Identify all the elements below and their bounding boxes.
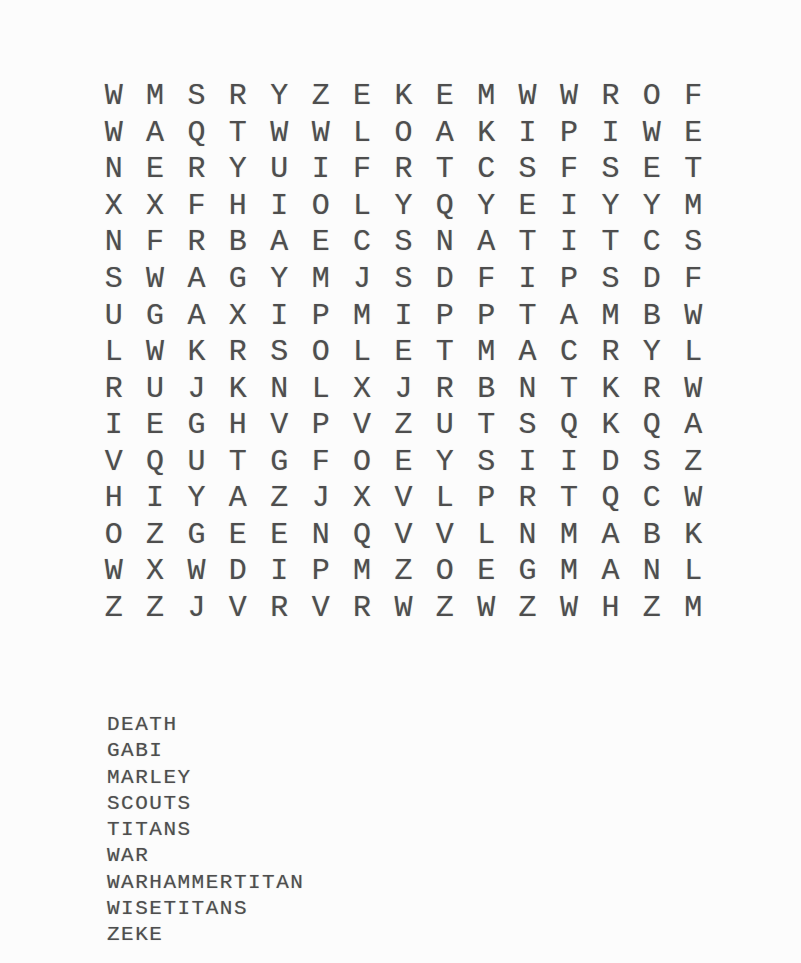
grid-cell[interactable]: F <box>466 261 507 298</box>
grid-cell[interactable]: G <box>259 443 300 480</box>
grid-cell[interactable]: P <box>466 480 507 517</box>
grid-cell[interactable]: Z <box>134 590 175 627</box>
grid-cell[interactable]: A <box>424 115 465 152</box>
grid-cell[interactable]: U <box>259 151 300 188</box>
grid-cell[interactable]: O <box>631 78 672 115</box>
grid-cell[interactable]: O <box>341 443 382 480</box>
grid-cell[interactable]: R <box>93 370 134 407</box>
grid-cell[interactable]: S <box>93 261 134 298</box>
grid-cell[interactable]: G <box>507 553 548 590</box>
grid-cell[interactable]: S <box>590 261 631 298</box>
grid-cell[interactable]: I <box>548 188 589 225</box>
grid-cell[interactable]: L <box>341 115 382 152</box>
grid-cell[interactable]: N <box>631 553 672 590</box>
grid-cell[interactable]: B <box>217 224 258 261</box>
grid-cell[interactable]: D <box>631 261 672 298</box>
grid-cell[interactable]: Z <box>383 407 424 444</box>
grid-cell[interactable]: F <box>341 151 382 188</box>
word-search-grid: WMSRYZEKEMWWROFWAQTWWLOAKIPIWENERYUIFRTC… <box>93 78 714 626</box>
grid-cell[interactable]: U <box>176 443 217 480</box>
grid-cell[interactable]: X <box>217 297 258 334</box>
grid-cell[interactable]: I <box>259 297 300 334</box>
grid-cell[interactable]: W <box>672 480 713 517</box>
grid-cell[interactable]: T <box>507 224 548 261</box>
grid-cell[interactable]: V <box>300 590 341 627</box>
grid-cell[interactable]: Z <box>93 590 134 627</box>
grid-cell[interactable]: Q <box>134 443 175 480</box>
grid-cell[interactable]: C <box>631 224 672 261</box>
grid-cell[interactable]: F <box>672 78 713 115</box>
grid-cell[interactable]: Y <box>424 443 465 480</box>
grid-cell[interactable]: T <box>424 151 465 188</box>
grid-cell[interactable]: I <box>259 188 300 225</box>
grid-cell[interactable]: I <box>548 443 589 480</box>
grid-cell[interactable]: W <box>507 78 548 115</box>
grid-cell[interactable]: W <box>672 297 713 334</box>
grid-cell[interactable]: N <box>93 151 134 188</box>
grid-cell[interactable]: H <box>217 407 258 444</box>
grid-cell[interactable]: J <box>176 590 217 627</box>
grid-cell[interactable]: O <box>300 334 341 371</box>
grid-cell[interactable]: W <box>548 590 589 627</box>
grid-cell[interactable]: B <box>631 517 672 554</box>
grid-cell[interactable]: Q <box>341 517 382 554</box>
word-list-item: MARLEY <box>107 765 304 791</box>
grid-cell[interactable]: L <box>466 517 507 554</box>
grid-cell[interactable]: M <box>134 78 175 115</box>
grid-cell[interactable]: W <box>134 261 175 298</box>
grid-cell[interactable]: M <box>548 553 589 590</box>
word-list-item: WARHAMMERTITAN <box>107 870 304 896</box>
grid-cell[interactable]: C <box>548 334 589 371</box>
grid-cell[interactable]: A <box>548 297 589 334</box>
grid-cell[interactable]: Y <box>466 188 507 225</box>
grid-cell[interactable]: M <box>672 188 713 225</box>
grid-cell[interactable]: K <box>590 407 631 444</box>
grid-cell[interactable]: Z <box>672 443 713 480</box>
grid-cell[interactable]: P <box>424 297 465 334</box>
grid-cell[interactable]: K <box>383 78 424 115</box>
grid-cell[interactable]: W <box>466 590 507 627</box>
grid-cell[interactable]: M <box>672 590 713 627</box>
grid-cell[interactable]: H <box>93 480 134 517</box>
grid-cell[interactable]: W <box>383 590 424 627</box>
grid-cell[interactable]: V <box>93 443 134 480</box>
grid-cell[interactable]: W <box>93 553 134 590</box>
grid-cell[interactable]: U <box>93 297 134 334</box>
grid-cell[interactable]: W <box>259 115 300 152</box>
grid-cell[interactable]: E <box>507 188 548 225</box>
grid-cell[interactable]: T <box>217 115 258 152</box>
grid-cell[interactable]: Z <box>507 590 548 627</box>
grid-cell[interactable]: E <box>217 517 258 554</box>
grid-cell[interactable]: D <box>590 443 631 480</box>
grid-cell[interactable]: N <box>93 224 134 261</box>
grid-cell[interactable]: Q <box>176 115 217 152</box>
grid-cell[interactable]: Z <box>134 517 175 554</box>
grid-cell[interactable]: X <box>341 480 382 517</box>
grid-cell[interactable]: L <box>341 188 382 225</box>
grid-cell[interactable]: R <box>217 78 258 115</box>
grid-cell[interactable]: N <box>424 224 465 261</box>
grid-cell[interactable]: L <box>341 334 382 371</box>
grid-cell[interactable]: A <box>466 224 507 261</box>
grid-cell[interactable]: E <box>383 334 424 371</box>
grid-cell[interactable]: R <box>217 334 258 371</box>
grid-cell[interactable]: Q <box>548 407 589 444</box>
grid-cell[interactable]: V <box>341 407 382 444</box>
grid-cell[interactable]: F <box>672 261 713 298</box>
grid-cell[interactable]: N <box>507 517 548 554</box>
grid-cell[interactable]: D <box>424 261 465 298</box>
grid-cell[interactable]: E <box>672 115 713 152</box>
grid-cell[interactable]: P <box>300 407 341 444</box>
grid-cell[interactable]: X <box>134 188 175 225</box>
grid-cell[interactable]: S <box>590 151 631 188</box>
grid-cell[interactable]: M <box>300 261 341 298</box>
grid-cell[interactable]: G <box>176 517 217 554</box>
grid-cell[interactable]: X <box>93 188 134 225</box>
grid-cell[interactable]: G <box>176 407 217 444</box>
grid-cell[interactable]: E <box>466 553 507 590</box>
grid-cell[interactable]: S <box>507 407 548 444</box>
grid-cell[interactable]: Y <box>383 188 424 225</box>
grid-cell[interactable]: M <box>466 334 507 371</box>
grid-cell[interactable]: E <box>383 443 424 480</box>
grid-cell[interactable]: U <box>134 370 175 407</box>
grid-cell[interactable]: K <box>176 334 217 371</box>
grid-cell[interactable]: Z <box>300 78 341 115</box>
grid-cell[interactable]: M <box>341 297 382 334</box>
grid-cell[interactable]: A <box>259 224 300 261</box>
grid-cell[interactable]: N <box>300 517 341 554</box>
grid-cell[interactable]: Z <box>259 480 300 517</box>
grid-cell[interactable]: C <box>466 151 507 188</box>
word-list: DEATHGABIMARLEYSCOUTSTITANSWARWARHAMMERT… <box>107 712 304 949</box>
grid-cell[interactable]: W <box>548 78 589 115</box>
grid-cell[interactable]: R <box>507 480 548 517</box>
grid-cell[interactable]: S <box>507 151 548 188</box>
grid-cell[interactable]: J <box>383 370 424 407</box>
grid-cell[interactable]: M <box>341 553 382 590</box>
grid-cell[interactable]: F <box>300 443 341 480</box>
grid-cell[interactable]: K <box>466 115 507 152</box>
grid-cell[interactable]: N <box>259 370 300 407</box>
grid-cell[interactable]: R <box>590 334 631 371</box>
grid-cell[interactable]: A <box>590 553 631 590</box>
grid-cell[interactable]: L <box>93 334 134 371</box>
grid-cell[interactable]: A <box>590 517 631 554</box>
grid-cell[interactable]: Z <box>631 590 672 627</box>
grid-cell[interactable]: A <box>507 334 548 371</box>
grid-cell[interactable]: R <box>176 151 217 188</box>
grid-cell[interactable]: E <box>134 407 175 444</box>
grid-cell[interactable]: L <box>672 334 713 371</box>
grid-cell[interactable]: A <box>176 297 217 334</box>
grid-cell[interactable]: P <box>466 297 507 334</box>
grid-cell[interactable]: O <box>93 517 134 554</box>
grid-cell[interactable]: L <box>424 480 465 517</box>
grid-cell[interactable]: E <box>424 78 465 115</box>
grid-cell[interactable]: H <box>217 188 258 225</box>
grid-cell[interactable]: T <box>466 407 507 444</box>
grid-cell[interactable]: X <box>341 370 382 407</box>
grid-cell[interactable]: S <box>383 224 424 261</box>
grid-cell[interactable]: Q <box>590 480 631 517</box>
grid-cell[interactable]: E <box>259 517 300 554</box>
grid-cell[interactable]: F <box>176 188 217 225</box>
grid-cell[interactable]: I <box>134 480 175 517</box>
grid-cell[interactable]: A <box>672 407 713 444</box>
grid-cell[interactable]: E <box>134 151 175 188</box>
grid-cell[interactable]: L <box>300 370 341 407</box>
grid-cell[interactable]: W <box>93 115 134 152</box>
grid-cell[interactable]: T <box>548 480 589 517</box>
grid-cell[interactable]: O <box>424 553 465 590</box>
grid-cell[interactable]: V <box>383 517 424 554</box>
grid-cell[interactable]: R <box>590 78 631 115</box>
grid-cell[interactable]: T <box>548 370 589 407</box>
grid-cell[interactable]: A <box>176 261 217 298</box>
grid-cell[interactable]: E <box>300 224 341 261</box>
grid-cell[interactable]: I <box>93 407 134 444</box>
grid-cell[interactable]: I <box>507 115 548 152</box>
grid-cell[interactable]: I <box>507 261 548 298</box>
word-list-item: GABI <box>107 738 304 764</box>
grid-cell[interactable]: B <box>466 370 507 407</box>
grid-cell[interactable]: V <box>424 517 465 554</box>
grid-cell[interactable]: I <box>507 443 548 480</box>
grid-cell[interactable]: R <box>176 224 217 261</box>
grid-cell[interactable]: W <box>134 334 175 371</box>
grid-cell[interactable]: E <box>631 151 672 188</box>
grid-cell[interactable]: O <box>383 115 424 152</box>
grid-cell[interactable]: S <box>259 334 300 371</box>
grid-cell[interactable]: Z <box>383 553 424 590</box>
grid-cell[interactable]: Q <box>424 188 465 225</box>
grid-cell[interactable]: Y <box>217 151 258 188</box>
grid-cell[interactable]: T <box>590 224 631 261</box>
word-list-item: ZEKE <box>107 922 304 948</box>
grid-cell[interactable]: H <box>590 590 631 627</box>
grid-cell[interactable]: S <box>383 261 424 298</box>
grid-cell[interactable]: C <box>341 224 382 261</box>
grid-cell[interactable]: W <box>176 553 217 590</box>
grid-cell[interactable]: G <box>134 297 175 334</box>
grid-cell[interactable]: J <box>176 370 217 407</box>
grid-cell[interactable]: B <box>631 297 672 334</box>
grid-cell[interactable]: G <box>217 261 258 298</box>
grid-cell[interactable]: K <box>672 517 713 554</box>
grid-cell[interactable]: Y <box>631 188 672 225</box>
grid-cell[interactable]: N <box>507 370 548 407</box>
grid-cell[interactable]: F <box>134 224 175 261</box>
grid-cell[interactable]: F <box>548 151 589 188</box>
grid-cell[interactable]: M <box>466 78 507 115</box>
grid-cell[interactable]: M <box>590 297 631 334</box>
grid-cell[interactable]: W <box>672 370 713 407</box>
grid-cell[interactable]: Z <box>424 590 465 627</box>
grid-cell[interactable]: R <box>424 370 465 407</box>
grid-cell[interactable]: O <box>300 188 341 225</box>
grid-cell[interactable]: K <box>590 370 631 407</box>
grid-cell[interactable]: T <box>507 297 548 334</box>
grid-cell[interactable]: I <box>548 224 589 261</box>
grid-cell[interactable]: J <box>341 261 382 298</box>
grid-cell[interactable]: Y <box>176 480 217 517</box>
grid-cell[interactable]: S <box>176 78 217 115</box>
grid-cell[interactable]: T <box>672 151 713 188</box>
grid-cell[interactable]: P <box>548 261 589 298</box>
grid-cell[interactable]: C <box>631 480 672 517</box>
grid-cell[interactable]: R <box>341 590 382 627</box>
grid-cell[interactable]: U <box>424 407 465 444</box>
grid-cell[interactable]: I <box>590 115 631 152</box>
grid-cell[interactable]: V <box>217 590 258 627</box>
grid-cell[interactable]: I <box>259 553 300 590</box>
grid-cell[interactable]: I <box>383 297 424 334</box>
word-list-item: WAR <box>107 843 304 869</box>
grid-cell[interactable]: M <box>548 517 589 554</box>
grid-cell[interactable]: I <box>300 151 341 188</box>
grid-cell[interactable]: Y <box>631 334 672 371</box>
grid-cell[interactable]: R <box>631 370 672 407</box>
grid-cell[interactable]: S <box>672 224 713 261</box>
grid-cell[interactable]: Y <box>590 188 631 225</box>
word-list-item: TITANS <box>107 817 304 843</box>
grid-cell[interactable]: W <box>300 115 341 152</box>
grid-cell[interactable]: P <box>300 553 341 590</box>
grid-cell[interactable]: P <box>300 297 341 334</box>
grid-cell[interactable]: W <box>93 78 134 115</box>
grid-cell[interactable]: E <box>341 78 382 115</box>
grid-cell[interactable]: Q <box>631 407 672 444</box>
grid-cell[interactable]: T <box>217 443 258 480</box>
grid-cell[interactable]: W <box>631 115 672 152</box>
word-list-item: DEATH <box>107 712 304 738</box>
grid-cell[interactable]: K <box>217 370 258 407</box>
grid-cell[interactable]: S <box>466 443 507 480</box>
word-list-item: SCOUTS <box>107 791 304 817</box>
grid-cell[interactable]: V <box>383 480 424 517</box>
grid-cell[interactable]: R <box>259 590 300 627</box>
grid-cell[interactable]: T <box>424 334 465 371</box>
grid-cell[interactable]: D <box>217 553 258 590</box>
grid-cell[interactable]: V <box>259 407 300 444</box>
grid-cell[interactable]: S <box>631 443 672 480</box>
grid-cell[interactable]: X <box>134 553 175 590</box>
grid-cell[interactable]: A <box>217 480 258 517</box>
grid-cell[interactable]: Y <box>259 78 300 115</box>
grid-cell[interactable]: J <box>300 480 341 517</box>
grid-cell[interactable]: Y <box>259 261 300 298</box>
grid-cell[interactable]: A <box>134 115 175 152</box>
grid-cell[interactable]: L <box>672 553 713 590</box>
word-list-item: WISETITANS <box>107 896 304 922</box>
grid-cell[interactable]: P <box>548 115 589 152</box>
grid-cell[interactable]: R <box>383 151 424 188</box>
